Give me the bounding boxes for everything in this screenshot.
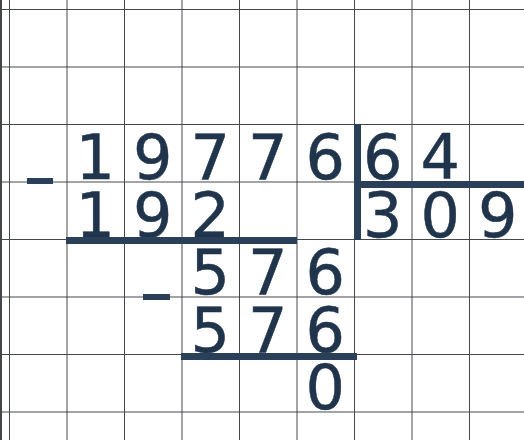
digit-cell-r6c5: 0 <box>297 354 355 412</box>
minus-sign-second-subtraction <box>143 294 170 300</box>
digit-cell-r3c3: 2 <box>182 182 240 240</box>
digit-cell-r2c1: 1 <box>67 124 125 182</box>
digit-cell-r3c2: 9 <box>124 182 182 240</box>
digit-cell-r2c5: 6 <box>297 124 355 182</box>
digit-cell-r2c2: 9 <box>124 124 182 182</box>
second-subtraction-underline <box>181 353 357 360</box>
minus-sign-first-subtraction <box>27 178 53 184</box>
digit-cell-r5c3: 5 <box>182 297 240 355</box>
first-subtraction-underline <box>66 237 297 244</box>
digit-cell-r4c5: 6 <box>297 239 355 297</box>
digit-cell-r4c3: 5 <box>182 239 240 297</box>
digit-cell-r2c4: 7 <box>239 124 297 182</box>
digit-cell-r4c4: 7 <box>239 239 297 297</box>
digit-cell-r3c1: 1 <box>67 182 125 240</box>
grid-paper-worksheet: 19776641923095765760 <box>0 0 524 440</box>
digit-cell-r2c3: 7 <box>182 124 240 182</box>
digit-cell-r5c4: 7 <box>239 297 297 355</box>
digit-cell-r3c6: 3 <box>354 182 412 240</box>
left-edge-grid-line <box>0 0 2 440</box>
digit-cell-r5c5: 6 <box>297 297 355 355</box>
digit-cell-r2c6: 6 <box>354 124 412 182</box>
digit-cell-r3c8: 9 <box>469 182 524 240</box>
quotient-separator-horizontal-line <box>354 181 524 188</box>
digit-cell-r2c7: 4 <box>412 124 470 182</box>
digit-cell-r3c7: 0 <box>412 182 470 240</box>
